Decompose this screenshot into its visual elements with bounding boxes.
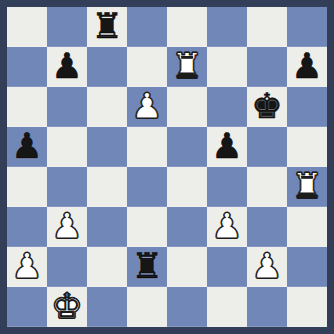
square-a6[interactable] [7,87,47,127]
square-h8[interactable] [287,7,327,47]
black-rook[interactable]: ♜ [131,249,162,284]
white-pawn[interactable]: ♟ [51,209,82,244]
square-f1[interactable] [207,287,247,327]
square-f3[interactable]: ♟ [207,207,247,247]
black-pawn[interactable]: ♟ [11,129,42,164]
square-b6[interactable] [47,87,87,127]
square-c8[interactable]: ♜ [87,7,127,47]
square-c4[interactable] [87,167,127,207]
square-h4[interactable]: ♜ [287,167,327,207]
square-e5[interactable] [167,127,207,167]
white-pawn[interactable]: ♟ [131,89,162,124]
square-h1[interactable] [287,287,327,327]
square-e2[interactable] [167,247,207,287]
black-pawn[interactable]: ♟ [291,49,322,84]
black-king[interactable]: ♚ [251,89,282,124]
square-b2[interactable] [47,247,87,287]
white-pawn[interactable]: ♟ [11,249,42,284]
black-rook[interactable]: ♜ [91,9,122,44]
square-b4[interactable] [47,167,87,207]
chess-board: ♜♟♜♟♟♚♟♟♜♟♟♟♜♟♚ [7,7,327,327]
square-b1[interactable]: ♚ [47,287,87,327]
square-a8[interactable] [7,7,47,47]
square-h2[interactable] [287,247,327,287]
square-e4[interactable] [167,167,207,207]
square-e1[interactable] [167,287,207,327]
square-e8[interactable] [167,7,207,47]
square-d1[interactable] [127,287,167,327]
square-f6[interactable] [207,87,247,127]
square-g4[interactable] [247,167,287,207]
white-pawn[interactable]: ♟ [211,209,242,244]
square-b3[interactable]: ♟ [47,207,87,247]
square-e3[interactable] [167,207,207,247]
square-d4[interactable] [127,167,167,207]
square-a2[interactable]: ♟ [7,247,47,287]
square-h7[interactable]: ♟ [287,47,327,87]
white-rook[interactable]: ♜ [291,169,322,204]
square-g3[interactable] [247,207,287,247]
square-e6[interactable] [167,87,207,127]
square-a5[interactable]: ♟ [7,127,47,167]
square-c1[interactable] [87,287,127,327]
square-f4[interactable] [207,167,247,207]
square-h5[interactable] [287,127,327,167]
square-h6[interactable] [287,87,327,127]
square-f7[interactable] [207,47,247,87]
square-d8[interactable] [127,7,167,47]
square-a3[interactable] [7,207,47,247]
square-b5[interactable] [47,127,87,167]
square-c2[interactable] [87,247,127,287]
square-e7[interactable]: ♜ [167,47,207,87]
square-d5[interactable] [127,127,167,167]
square-g1[interactable] [247,287,287,327]
square-d3[interactable] [127,207,167,247]
white-pawn[interactable]: ♟ [251,249,282,284]
black-pawn[interactable]: ♟ [211,129,242,164]
square-f5[interactable]: ♟ [207,127,247,167]
white-king[interactable]: ♚ [51,289,82,324]
square-f8[interactable] [207,7,247,47]
square-g7[interactable] [247,47,287,87]
square-a7[interactable] [7,47,47,87]
square-c6[interactable] [87,87,127,127]
square-c3[interactable] [87,207,127,247]
square-d2[interactable]: ♜ [127,247,167,287]
square-f2[interactable] [207,247,247,287]
square-c7[interactable] [87,47,127,87]
square-d6[interactable]: ♟ [127,87,167,127]
square-a4[interactable] [7,167,47,207]
square-c5[interactable] [87,127,127,167]
square-h3[interactable] [287,207,327,247]
square-b7[interactable]: ♟ [47,47,87,87]
square-a1[interactable] [7,287,47,327]
square-g5[interactable] [247,127,287,167]
square-d7[interactable] [127,47,167,87]
black-pawn[interactable]: ♟ [51,49,82,84]
square-g2[interactable]: ♟ [247,247,287,287]
white-rook[interactable]: ♜ [171,49,202,84]
square-g6[interactable]: ♚ [247,87,287,127]
square-g8[interactable] [247,7,287,47]
chess-board-frame: ♜♟♜♟♟♚♟♟♜♟♟♟♜♟♚ [0,0,334,334]
square-b8[interactable] [47,7,87,47]
